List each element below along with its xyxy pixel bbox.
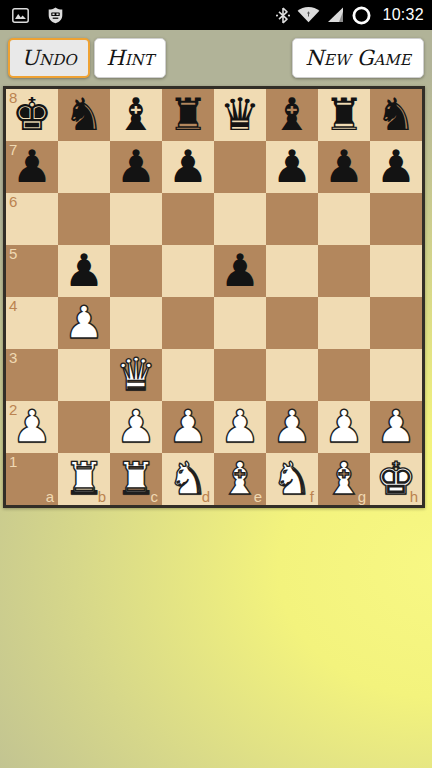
- square-b4[interactable]: ♟: [58, 297, 110, 349]
- square-e8[interactable]: ♛: [214, 89, 266, 141]
- square-d7[interactable]: ♟: [162, 141, 214, 193]
- status-bar-right: 10:32: [276, 5, 424, 26]
- square-a2[interactable]: 2♟: [6, 401, 58, 453]
- piece-black-pawn[interactable]: ♟: [318, 141, 370, 193]
- square-g7[interactable]: ♟: [318, 141, 370, 193]
- piece-white-pawn[interactable]: ♟: [318, 401, 370, 453]
- piece-black-pawn[interactable]: ♟: [110, 141, 162, 193]
- square-b5[interactable]: ♟: [58, 245, 110, 297]
- square-c1[interactable]: c♜: [110, 453, 162, 505]
- piece-black-pawn[interactable]: ♟: [370, 141, 422, 193]
- square-d5[interactable]: [162, 245, 214, 297]
- undo-button[interactable]: Undo: [8, 38, 90, 78]
- piece-black-knight[interactable]: ♞: [58, 89, 110, 141]
- square-h1[interactable]: h♚: [370, 453, 422, 505]
- square-d1[interactable]: d♞: [162, 453, 214, 505]
- square-e2[interactable]: ♟: [214, 401, 266, 453]
- status-bar-left: [12, 7, 64, 24]
- piece-black-king[interactable]: ♚: [6, 89, 58, 141]
- rank-label-1: 1: [9, 453, 17, 470]
- piece-white-pawn[interactable]: ♟: [266, 401, 318, 453]
- piece-black-bishop[interactable]: ♝: [110, 89, 162, 141]
- square-f5[interactable]: [266, 245, 318, 297]
- piece-white-pawn[interactable]: ♟: [214, 401, 266, 453]
- file-label-a: a: [46, 488, 54, 505]
- square-e7[interactable]: [214, 141, 266, 193]
- battery-circle-icon: [351, 5, 372, 26]
- square-h6[interactable]: [370, 193, 422, 245]
- piece-white-knight[interactable]: ♞: [266, 453, 318, 505]
- square-c7[interactable]: ♟: [110, 141, 162, 193]
- square-a8[interactable]: 8♚: [6, 89, 58, 141]
- rank-label-6: 6: [9, 193, 17, 210]
- square-h5[interactable]: [370, 245, 422, 297]
- bluetooth-icon: [276, 7, 290, 24]
- piece-white-pawn[interactable]: ♟: [110, 401, 162, 453]
- square-g2[interactable]: ♟: [318, 401, 370, 453]
- piece-white-pawn[interactable]: ♟: [6, 401, 58, 453]
- square-a5[interactable]: 5: [6, 245, 58, 297]
- square-h2[interactable]: ♟: [370, 401, 422, 453]
- square-d2[interactable]: ♟: [162, 401, 214, 453]
- piece-black-pawn[interactable]: ♟: [6, 141, 58, 193]
- piece-white-bishop[interactable]: ♝: [214, 453, 266, 505]
- square-b2[interactable]: [58, 401, 110, 453]
- rank-label-5: 5: [9, 245, 17, 262]
- square-a1[interactable]: 1a: [6, 453, 58, 505]
- square-a7[interactable]: 7♟: [6, 141, 58, 193]
- square-g1[interactable]: g♝: [318, 453, 370, 505]
- square-b1[interactable]: b♜: [58, 453, 110, 505]
- piece-black-pawn[interactable]: ♟: [266, 141, 318, 193]
- square-e1[interactable]: e♝: [214, 453, 266, 505]
- piece-white-king[interactable]: ♚: [370, 453, 422, 505]
- piece-white-rook[interactable]: ♜: [110, 453, 162, 505]
- square-h8[interactable]: ♞: [370, 89, 422, 141]
- square-c2[interactable]: ♟: [110, 401, 162, 453]
- piece-black-knight[interactable]: ♞: [370, 89, 422, 141]
- square-g8[interactable]: ♜: [318, 89, 370, 141]
- square-f1[interactable]: f♞: [266, 453, 318, 505]
- rank-label-4: 4: [9, 297, 17, 314]
- square-e3[interactable]: [214, 349, 266, 401]
- square-f3[interactable]: [266, 349, 318, 401]
- cell-signal-icon: [327, 7, 344, 23]
- piece-black-pawn[interactable]: ♟: [214, 245, 266, 297]
- piece-white-queen[interactable]: ♛: [110, 349, 162, 401]
- rank-label-3: 3: [9, 349, 17, 366]
- piece-white-knight[interactable]: ♞: [162, 453, 214, 505]
- square-e5[interactable]: ♟: [214, 245, 266, 297]
- square-a4[interactable]: 4: [6, 297, 58, 349]
- square-b8[interactable]: ♞: [58, 89, 110, 141]
- piece-white-pawn[interactable]: ♟: [58, 297, 110, 349]
- piece-black-rook[interactable]: ♜: [318, 89, 370, 141]
- piece-black-pawn[interactable]: ♟: [162, 141, 214, 193]
- square-d8[interactable]: ♜: [162, 89, 214, 141]
- square-f6[interactable]: [266, 193, 318, 245]
- piece-black-pawn[interactable]: ♟: [58, 245, 110, 297]
- square-c5[interactable]: [110, 245, 162, 297]
- square-h4[interactable]: [370, 297, 422, 349]
- screenshot-icon: [12, 8, 29, 23]
- hint-button[interactable]: Hint: [94, 38, 166, 78]
- square-f4[interactable]: [266, 297, 318, 349]
- piece-black-rook[interactable]: ♜: [162, 89, 214, 141]
- piece-black-bishop[interactable]: ♝: [266, 89, 318, 141]
- square-c8[interactable]: ♝: [110, 89, 162, 141]
- square-h7[interactable]: ♟: [370, 141, 422, 193]
- square-c4[interactable]: [110, 297, 162, 349]
- square-b7[interactable]: [58, 141, 110, 193]
- shield-icon: [47, 7, 64, 24]
- square-a6[interactable]: 6: [6, 193, 58, 245]
- status-bar: 10:32: [0, 0, 432, 30]
- wifi-icon: [297, 7, 320, 23]
- piece-white-pawn[interactable]: ♟: [370, 401, 422, 453]
- square-d6[interactable]: [162, 193, 214, 245]
- new-game-button[interactable]: New Game: [292, 38, 424, 78]
- square-e6[interactable]: [214, 193, 266, 245]
- square-d3[interactable]: [162, 349, 214, 401]
- square-d4[interactable]: [162, 297, 214, 349]
- square-g3[interactable]: [318, 349, 370, 401]
- square-f7[interactable]: ♟: [266, 141, 318, 193]
- square-g5[interactable]: [318, 245, 370, 297]
- square-e4[interactable]: [214, 297, 266, 349]
- clock: 10:32: [382, 6, 424, 24]
- square-a3[interactable]: 3: [6, 349, 58, 401]
- square-h3[interactable]: [370, 349, 422, 401]
- piece-black-queen[interactable]: ♛: [214, 89, 266, 141]
- square-g4[interactable]: [318, 297, 370, 349]
- piece-white-rook[interactable]: ♜: [58, 453, 110, 505]
- square-f2[interactable]: ♟: [266, 401, 318, 453]
- square-c6[interactable]: [110, 193, 162, 245]
- square-b6[interactable]: [58, 193, 110, 245]
- piece-white-pawn[interactable]: ♟: [162, 401, 214, 453]
- square-b3[interactable]: [58, 349, 110, 401]
- chess-board: 8♚♞♝♜♛♝♜♞7♟♟♟♟♟♟65♟♟4♟3♛2♟♟♟♟♟♟♟1ab♜c♜d♞…: [3, 86, 425, 508]
- square-f8[interactable]: ♝: [266, 89, 318, 141]
- piece-white-bishop[interactable]: ♝: [318, 453, 370, 505]
- square-c3[interactable]: ♛: [110, 349, 162, 401]
- square-g6[interactable]: [318, 193, 370, 245]
